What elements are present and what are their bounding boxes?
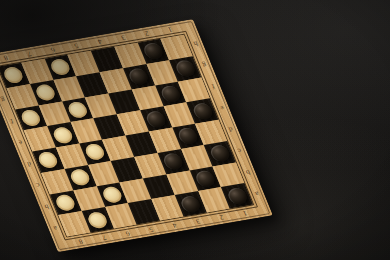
checker-light-piece[interactable] — [51, 126, 75, 145]
checker-dark-piece[interactable] — [191, 102, 215, 121]
checker-dark-piece[interactable] — [127, 67, 151, 86]
checker-dark-piece[interactable] — [144, 110, 168, 129]
checkerboard: 87654321 87654321 hgfedcba hgfedcba — [0, 19, 273, 252]
checker-dark-piece[interactable] — [179, 195, 203, 214]
checker-dark-piece[interactable] — [225, 187, 249, 206]
checker-light-piece[interactable] — [34, 83, 58, 102]
checker-dark-piece[interactable] — [176, 127, 200, 146]
checker-light-piece[interactable] — [2, 66, 26, 85]
checker-light-piece[interactable] — [54, 193, 78, 212]
checker-dark-piece[interactable] — [162, 152, 186, 171]
checker-light-piece[interactable] — [66, 100, 90, 119]
checker-light-piece[interactable] — [19, 108, 43, 127]
checker-light-piece[interactable] — [69, 168, 93, 187]
checker-light-piece[interactable] — [37, 151, 61, 170]
checker-dark-piece[interactable] — [159, 85, 183, 104]
checker-light-piece[interactable] — [100, 185, 124, 204]
checker-dark-piece[interactable] — [208, 144, 232, 163]
checker-light-piece[interactable] — [83, 143, 107, 162]
checker-dark-piece[interactable] — [142, 42, 166, 61]
checker-dark-piece[interactable] — [173, 59, 197, 78]
checker-light-piece[interactable] — [49, 58, 73, 77]
photo-background: 87654321 87654321 hgfedcba hgfedcba — [0, 0, 390, 260]
checker-light-piece[interactable] — [86, 211, 110, 230]
checker-dark-piece[interactable] — [193, 169, 217, 188]
board-grid — [0, 34, 254, 238]
